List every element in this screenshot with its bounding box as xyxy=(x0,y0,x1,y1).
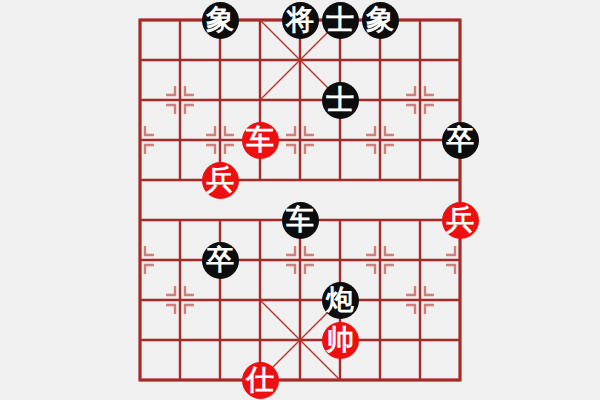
black-advisor-piece[interactable]: 士 xyxy=(322,2,359,39)
intersection[interactable] xyxy=(280,280,320,320)
intersection[interactable] xyxy=(360,360,400,400)
intersection[interactable] xyxy=(320,40,360,80)
intersection[interactable] xyxy=(160,120,200,160)
intersection[interactable] xyxy=(280,80,320,120)
intersection[interactable]: 车 xyxy=(240,120,280,160)
intersection[interactable] xyxy=(120,360,160,400)
intersection[interactable] xyxy=(120,80,160,120)
intersection[interactable] xyxy=(120,160,160,200)
intersection[interactable] xyxy=(440,320,480,360)
black-chariot-piece[interactable]: 车 xyxy=(282,202,319,239)
intersection[interactable] xyxy=(240,40,280,80)
intersection[interactable] xyxy=(280,120,320,160)
black-elephant-piece[interactable]: 象 xyxy=(202,2,239,39)
intersection[interactable] xyxy=(360,200,400,240)
intersection[interactable] xyxy=(280,40,320,80)
intersection[interactable] xyxy=(320,120,360,160)
intersection[interactable]: 将 xyxy=(280,0,320,40)
intersection[interactable] xyxy=(320,200,360,240)
intersection[interactable] xyxy=(360,320,400,360)
piece-grid: 象将士象士车卒兵车兵卒炮帅仕 xyxy=(120,0,480,400)
intersection[interactable]: 士 xyxy=(320,80,360,120)
intersection[interactable] xyxy=(400,320,440,360)
red-general-piece[interactable]: 帅 xyxy=(322,322,359,359)
intersection[interactable]: 车 xyxy=(280,200,320,240)
intersection[interactable] xyxy=(440,160,480,200)
intersection[interactable] xyxy=(280,240,320,280)
intersection[interactable]: 帅 xyxy=(320,320,360,360)
intersection[interactable] xyxy=(120,120,160,160)
intersection[interactable]: 士 xyxy=(320,0,360,40)
intersection[interactable]: 仕 xyxy=(240,360,280,400)
intersection[interactable] xyxy=(280,360,320,400)
intersection[interactable] xyxy=(400,280,440,320)
intersection[interactable]: 象 xyxy=(360,0,400,40)
intersection[interactable] xyxy=(240,160,280,200)
black-advisor-piece[interactable]: 士 xyxy=(322,82,359,119)
intersection[interactable] xyxy=(200,360,240,400)
intersection[interactable] xyxy=(240,240,280,280)
intersection[interactable] xyxy=(360,160,400,200)
intersection[interactable] xyxy=(440,40,480,80)
intersection[interactable] xyxy=(400,160,440,200)
red-chariot-piece[interactable]: 车 xyxy=(242,122,279,159)
intersection[interactable] xyxy=(200,120,240,160)
intersection[interactable] xyxy=(160,80,200,120)
intersection[interactable] xyxy=(400,360,440,400)
intersection[interactable] xyxy=(200,280,240,320)
intersection[interactable] xyxy=(240,280,280,320)
intersection[interactable] xyxy=(360,80,400,120)
intersection[interactable] xyxy=(160,360,200,400)
intersection[interactable]: 卒 xyxy=(440,120,480,160)
intersection[interactable] xyxy=(240,200,280,240)
intersection[interactable] xyxy=(320,360,360,400)
intersection[interactable] xyxy=(120,320,160,360)
black-elephant-piece[interactable]: 象 xyxy=(362,2,399,39)
intersection[interactable]: 兵 xyxy=(440,200,480,240)
intersection[interactable] xyxy=(320,240,360,280)
black-general-piece[interactable]: 将 xyxy=(282,2,319,39)
intersection[interactable] xyxy=(440,360,480,400)
intersection[interactable] xyxy=(280,320,320,360)
intersection[interactable] xyxy=(160,200,200,240)
red-soldier-piece[interactable]: 兵 xyxy=(202,162,239,199)
intersection[interactable] xyxy=(360,240,400,280)
intersection[interactable] xyxy=(400,40,440,80)
intersection[interactable] xyxy=(160,160,200,200)
intersection[interactable] xyxy=(360,40,400,80)
xiangqi-board: 象将士象士车卒兵车兵卒炮帅仕 xyxy=(0,0,600,400)
intersection[interactable] xyxy=(280,160,320,200)
black-soldier-piece[interactable]: 卒 xyxy=(442,122,479,159)
intersection[interactable]: 兵 xyxy=(200,160,240,200)
intersection[interactable] xyxy=(240,320,280,360)
intersection[interactable] xyxy=(440,0,480,40)
intersection[interactable] xyxy=(360,280,400,320)
intersection[interactable]: 炮 xyxy=(320,280,360,320)
red-advisor-piece[interactable]: 仕 xyxy=(242,362,279,399)
intersection[interactable] xyxy=(400,200,440,240)
intersection[interactable] xyxy=(120,240,160,280)
intersection[interactable] xyxy=(120,40,160,80)
intersection[interactable]: 象 xyxy=(200,0,240,40)
intersection[interactable] xyxy=(160,320,200,360)
black-cannon-piece[interactable]: 炮 xyxy=(322,282,359,319)
red-soldier-piece[interactable]: 兵 xyxy=(442,202,479,239)
intersection[interactable] xyxy=(440,240,480,280)
intersection[interactable] xyxy=(160,0,200,40)
intersection[interactable] xyxy=(240,80,280,120)
intersection[interactable] xyxy=(320,160,360,200)
intersection[interactable]: 卒 xyxy=(200,240,240,280)
intersection[interactable] xyxy=(200,40,240,80)
intersection[interactable] xyxy=(200,320,240,360)
intersection[interactable] xyxy=(160,40,200,80)
intersection[interactable] xyxy=(120,280,160,320)
intersection[interactable] xyxy=(440,280,480,320)
intersection[interactable] xyxy=(200,80,240,120)
intersection[interactable] xyxy=(200,200,240,240)
black-soldier-piece[interactable]: 卒 xyxy=(202,242,239,279)
intersection[interactable] xyxy=(360,120,400,160)
intersection[interactable] xyxy=(440,80,480,120)
intersection[interactable] xyxy=(120,0,160,40)
intersection[interactable] xyxy=(400,240,440,280)
intersection[interactable] xyxy=(240,0,280,40)
intersection[interactable] xyxy=(400,80,440,120)
intersection[interactable] xyxy=(120,200,160,240)
intersection[interactable] xyxy=(400,120,440,160)
intersection[interactable] xyxy=(160,240,200,280)
intersection[interactable] xyxy=(160,280,200,320)
intersection[interactable] xyxy=(400,0,440,40)
